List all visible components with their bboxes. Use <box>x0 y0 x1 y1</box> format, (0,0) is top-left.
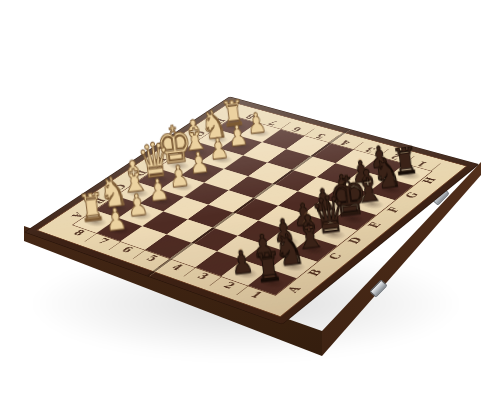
white-pawn-f7: ♟ <box>207 134 230 165</box>
product-photo-stage: 87654321 87654321 HGFEDCBA HGFEDCBA ♜♟♟♜… <box>0 0 500 400</box>
board-top-face: 87654321 87654321 HGFEDCBA HGFEDCBA ♜♟♟♜… <box>37 102 467 317</box>
playing-field: ♜♟♟♜♞♟♟♞♝♟♟♝♚♟♟♚♛♟♟♛♝♟♟♝♞♟♟♞♜♟♟♜ <box>73 117 431 295</box>
board-scene: 87654321 87654321 HGFEDCBA HGFEDCBA ♜♟♟♜… <box>72 17 433 378</box>
white-pawn-b7: ♟ <box>126 189 150 221</box>
file-label-H: H <box>411 173 448 189</box>
file-label-A: A <box>274 280 314 299</box>
white-pawn-c7: ♟ <box>147 175 171 207</box>
white-pawn-e7: ♟ <box>188 147 211 178</box>
white-pawn-d7: ♟ <box>168 161 192 192</box>
black-rook-a1: ♜ <box>252 246 285 289</box>
white-rook-a8: ♜ <box>77 188 107 228</box>
white-pawn-a7: ♟ <box>104 204 128 236</box>
white-pawn-g7: ♟ <box>227 121 250 151</box>
